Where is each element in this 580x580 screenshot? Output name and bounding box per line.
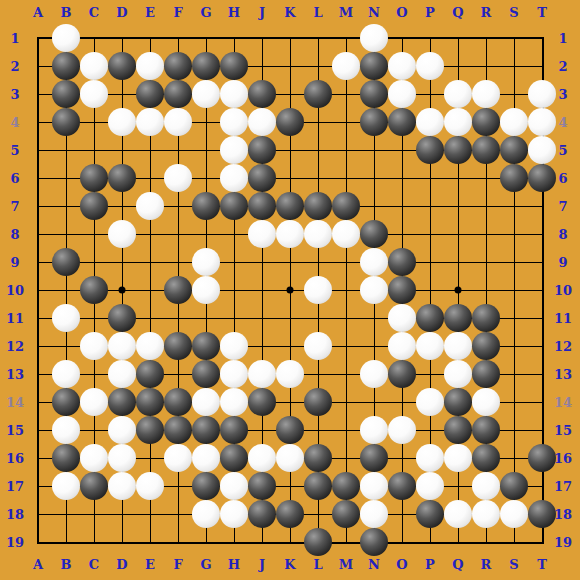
white-stone	[276, 360, 304, 388]
black-stone	[500, 164, 528, 192]
coordinate-label: J	[259, 6, 265, 19]
white-stone	[52, 416, 80, 444]
white-stone	[220, 80, 248, 108]
coordinate-label: G	[200, 6, 211, 19]
black-stone	[416, 304, 444, 332]
white-stone	[472, 80, 500, 108]
coordinate-label: O	[396, 558, 407, 571]
coordinate-label: F	[173, 558, 182, 571]
coordinate-label: C	[89, 558, 99, 571]
coordinate-label: D	[116, 558, 127, 571]
black-stone	[80, 192, 108, 220]
coordinate-label: 11	[554, 312, 572, 325]
white-stone	[304, 220, 332, 248]
coordinate-label: N	[368, 558, 380, 571]
black-stone	[52, 388, 80, 416]
white-stone	[360, 24, 388, 52]
black-stone	[164, 332, 192, 360]
coordinate-label: J	[259, 558, 265, 571]
black-stone	[500, 472, 528, 500]
black-stone	[332, 472, 360, 500]
black-stone	[472, 136, 500, 164]
black-stone	[304, 444, 332, 472]
coordinate-label: 4	[558, 116, 567, 129]
white-stone	[136, 332, 164, 360]
black-stone	[220, 416, 248, 444]
black-stone	[360, 528, 388, 556]
coordinate-label: 16	[6, 452, 24, 465]
coordinate-label: B	[61, 558, 72, 571]
white-stone	[528, 80, 556, 108]
black-stone	[388, 360, 416, 388]
black-stone	[416, 136, 444, 164]
black-stone	[360, 220, 388, 248]
black-stone	[304, 528, 332, 556]
white-stone	[108, 472, 136, 500]
black-stone	[444, 388, 472, 416]
white-stone	[500, 500, 528, 528]
coordinate-label: 9	[558, 256, 567, 269]
white-stone	[416, 332, 444, 360]
black-stone	[192, 360, 220, 388]
black-stone	[192, 472, 220, 500]
black-stone	[360, 108, 388, 136]
black-stone	[444, 416, 472, 444]
white-stone	[192, 444, 220, 472]
coordinate-label: A	[33, 6, 43, 19]
white-stone	[472, 500, 500, 528]
coordinate-label: M	[339, 6, 353, 19]
coordinate-label: 1	[10, 32, 19, 45]
white-stone	[192, 80, 220, 108]
black-stone	[248, 192, 276, 220]
black-stone	[360, 52, 388, 80]
black-stone	[192, 416, 220, 444]
black-stone	[192, 52, 220, 80]
black-stone	[220, 52, 248, 80]
coordinate-label: Q	[452, 558, 463, 571]
white-stone	[108, 416, 136, 444]
coordinate-label: K	[284, 558, 295, 571]
black-stone	[388, 108, 416, 136]
white-stone	[136, 52, 164, 80]
black-stone	[108, 388, 136, 416]
white-stone	[220, 136, 248, 164]
white-stone	[444, 80, 472, 108]
white-stone	[80, 332, 108, 360]
white-stone	[416, 108, 444, 136]
coordinate-label: E	[145, 6, 155, 19]
coordinate-label: 10	[6, 284, 24, 297]
white-stone	[276, 220, 304, 248]
white-stone	[444, 360, 472, 388]
white-stone	[444, 500, 472, 528]
white-stone	[360, 360, 388, 388]
white-stone	[444, 332, 472, 360]
coordinate-label: 8	[558, 228, 567, 241]
black-stone	[164, 80, 192, 108]
white-stone	[164, 108, 192, 136]
coordinate-label: 8	[10, 228, 19, 241]
coordinate-label: C	[89, 6, 99, 19]
black-stone	[164, 276, 192, 304]
coordinate-label: 5	[558, 144, 567, 157]
coordinate-label: H	[228, 558, 240, 571]
coordinate-label: 4	[10, 116, 19, 129]
coordinate-label: 12	[554, 340, 572, 353]
coordinate-label: P	[425, 558, 435, 571]
black-stone	[276, 416, 304, 444]
white-stone	[80, 52, 108, 80]
coordinate-label: 13	[6, 368, 24, 381]
white-stone	[528, 108, 556, 136]
coordinate-label: 2	[10, 60, 19, 73]
white-stone	[472, 388, 500, 416]
black-stone	[472, 332, 500, 360]
black-stone	[136, 80, 164, 108]
white-stone	[360, 416, 388, 444]
white-stone	[52, 360, 80, 388]
coordinate-label: 10	[554, 284, 572, 297]
white-stone	[388, 304, 416, 332]
coordinate-label: 18	[554, 508, 572, 521]
white-stone	[192, 500, 220, 528]
coordinate-label: M	[339, 558, 353, 571]
white-stone	[248, 360, 276, 388]
white-stone	[416, 444, 444, 472]
coordinate-label: 18	[6, 508, 24, 521]
coordinate-label: 11	[6, 312, 24, 325]
coordinate-label: 14	[554, 396, 572, 409]
white-stone	[416, 472, 444, 500]
white-stone	[388, 80, 416, 108]
coordinate-label: L	[313, 558, 322, 571]
white-stone	[416, 52, 444, 80]
black-stone	[472, 360, 500, 388]
black-stone	[220, 192, 248, 220]
coordinate-label: K	[284, 6, 295, 19]
white-stone	[220, 500, 248, 528]
coordinate-label: 5	[10, 144, 19, 157]
white-stone	[248, 108, 276, 136]
coordinate-label: 19	[554, 536, 572, 549]
white-stone	[304, 276, 332, 304]
white-stone	[52, 472, 80, 500]
white-stone	[164, 444, 192, 472]
coordinate-label: 3	[10, 88, 19, 101]
black-stone	[416, 500, 444, 528]
white-stone	[108, 108, 136, 136]
black-stone	[108, 304, 136, 332]
white-stone	[248, 220, 276, 248]
coordinate-label: P	[425, 6, 435, 19]
black-stone	[360, 444, 388, 472]
white-stone	[388, 416, 416, 444]
white-stone	[80, 388, 108, 416]
black-stone	[444, 136, 472, 164]
white-stone	[444, 444, 472, 472]
white-stone	[108, 332, 136, 360]
coordinate-label: R	[481, 558, 492, 571]
coordinate-label: 7	[558, 200, 567, 213]
white-stone	[360, 500, 388, 528]
black-stone	[472, 304, 500, 332]
white-stone	[220, 108, 248, 136]
coordinate-label: 2	[558, 60, 567, 73]
white-stone	[136, 108, 164, 136]
black-stone	[192, 332, 220, 360]
coordinate-label: O	[396, 6, 407, 19]
black-stone	[528, 500, 556, 528]
black-stone	[276, 500, 304, 528]
black-stone	[248, 388, 276, 416]
white-stone	[136, 192, 164, 220]
black-stone	[472, 108, 500, 136]
black-stone	[80, 276, 108, 304]
black-stone	[52, 248, 80, 276]
white-stone	[500, 108, 528, 136]
white-stone	[332, 52, 360, 80]
black-stone	[360, 80, 388, 108]
black-stone	[276, 192, 304, 220]
coordinate-label: G	[200, 558, 211, 571]
black-stone	[108, 164, 136, 192]
black-stone	[80, 472, 108, 500]
star-point	[287, 287, 294, 294]
coordinate-label: 13	[554, 368, 572, 381]
black-stone	[304, 472, 332, 500]
white-stone	[220, 388, 248, 416]
coordinate-label: 3	[558, 88, 567, 101]
coordinate-label: L	[313, 6, 322, 19]
coordinate-label: F	[173, 6, 182, 19]
black-stone	[52, 52, 80, 80]
black-stone	[472, 416, 500, 444]
coordinate-label: N	[368, 6, 380, 19]
white-stone	[360, 276, 388, 304]
black-stone	[80, 164, 108, 192]
white-stone	[220, 164, 248, 192]
coordinate-label: 12	[6, 340, 24, 353]
coordinate-label: 15	[6, 424, 24, 437]
white-stone	[360, 472, 388, 500]
black-stone	[164, 52, 192, 80]
black-stone	[332, 192, 360, 220]
coordinate-label: R	[481, 6, 492, 19]
black-stone	[136, 360, 164, 388]
coordinate-label: 16	[554, 452, 572, 465]
black-stone	[248, 80, 276, 108]
black-stone	[248, 164, 276, 192]
white-stone	[304, 332, 332, 360]
coordinate-label: 6	[558, 172, 567, 185]
black-stone	[304, 192, 332, 220]
white-stone	[108, 444, 136, 472]
coordinate-label: T	[537, 6, 547, 19]
white-stone	[220, 472, 248, 500]
white-stone	[220, 332, 248, 360]
black-stone	[220, 444, 248, 472]
coordinate-label: 14	[6, 396, 24, 409]
coordinate-label: H	[228, 6, 240, 19]
coordinate-label: 9	[10, 256, 19, 269]
coordinate-label: E	[145, 558, 155, 571]
white-stone	[108, 220, 136, 248]
coordinate-label: 7	[10, 200, 19, 213]
black-stone	[248, 500, 276, 528]
coordinate-label: S	[509, 6, 518, 19]
white-stone	[360, 248, 388, 276]
white-stone	[52, 304, 80, 332]
white-stone	[388, 52, 416, 80]
black-stone	[276, 108, 304, 136]
black-stone	[528, 444, 556, 472]
black-stone	[388, 248, 416, 276]
black-stone	[164, 388, 192, 416]
white-stone	[220, 360, 248, 388]
black-stone	[528, 164, 556, 192]
black-stone	[248, 472, 276, 500]
black-stone	[136, 416, 164, 444]
white-stone	[248, 444, 276, 472]
black-stone	[108, 52, 136, 80]
black-stone	[304, 388, 332, 416]
coordinate-label: S	[509, 558, 518, 571]
white-stone	[52, 24, 80, 52]
black-stone	[52, 108, 80, 136]
go-board: AABBCCDDEEFFGGHHJJKKLLMMNNOOPPQQRRSSTT11…	[0, 0, 580, 580]
black-stone	[52, 444, 80, 472]
black-stone	[388, 276, 416, 304]
coordinate-label: Q	[452, 6, 463, 19]
white-stone	[108, 360, 136, 388]
black-stone	[472, 444, 500, 472]
white-stone	[276, 444, 304, 472]
black-stone	[444, 304, 472, 332]
white-stone	[528, 136, 556, 164]
white-stone	[164, 164, 192, 192]
white-stone	[332, 220, 360, 248]
star-point	[455, 287, 462, 294]
coordinate-label: 19	[6, 536, 24, 549]
white-stone	[388, 332, 416, 360]
coordinate-label: 17	[6, 480, 24, 493]
black-stone	[304, 80, 332, 108]
white-stone	[136, 472, 164, 500]
black-stone	[52, 80, 80, 108]
black-stone	[388, 472, 416, 500]
coordinate-label: A	[33, 558, 43, 571]
white-stone	[416, 388, 444, 416]
black-stone	[164, 416, 192, 444]
coordinate-label: 1	[558, 32, 567, 45]
white-stone	[80, 80, 108, 108]
white-stone	[444, 108, 472, 136]
black-stone	[136, 388, 164, 416]
coordinate-label: D	[116, 6, 127, 19]
coordinate-label: 15	[554, 424, 572, 437]
white-stone	[80, 444, 108, 472]
coordinate-label: B	[61, 6, 72, 19]
black-stone	[500, 136, 528, 164]
coordinate-label: 6	[10, 172, 19, 185]
coordinate-label: T	[537, 558, 547, 571]
black-stone	[248, 136, 276, 164]
white-stone	[192, 388, 220, 416]
white-stone	[192, 276, 220, 304]
black-stone	[332, 500, 360, 528]
white-stone	[472, 472, 500, 500]
black-stone	[192, 192, 220, 220]
white-stone	[192, 248, 220, 276]
coordinate-label: 17	[554, 480, 572, 493]
star-point	[119, 287, 126, 294]
